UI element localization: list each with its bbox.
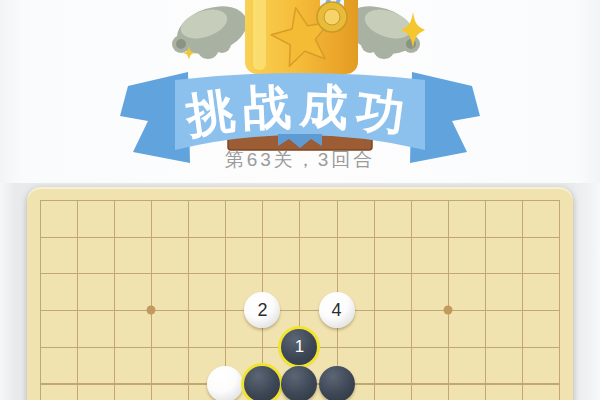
level-round-subtitle: 第63关，3回合 — [0, 147, 600, 173]
stone-black-move-1: 1 — [281, 329, 317, 365]
result-banner-section: 挑战成功 第63关，3回合 — [0, 0, 600, 183]
stone-white — [207, 366, 243, 400]
medal-icon — [317, 0, 347, 32]
gomoku-board[interactable]: 241 — [27, 187, 573, 400]
move-number-label: 2 — [257, 301, 267, 319]
stone-black — [244, 366, 280, 400]
star-point — [147, 306, 156, 315]
move-number-label: 4 — [332, 301, 342, 319]
board-grid-lines: 241 — [40, 200, 560, 400]
stone-black — [319, 366, 355, 400]
stone-white-move-4: 4 — [319, 292, 355, 328]
board-backdrop: 241 — [0, 183, 600, 400]
stone-black — [281, 366, 317, 400]
star-point — [443, 306, 452, 315]
left-wing-icon — [171, 0, 253, 62]
challenge-success-screen: 挑战成功 第63关，3回合 241 — [0, 0, 600, 400]
stone-white-move-2: 2 — [244, 292, 280, 328]
move-number-label: 1 — [295, 338, 304, 355]
